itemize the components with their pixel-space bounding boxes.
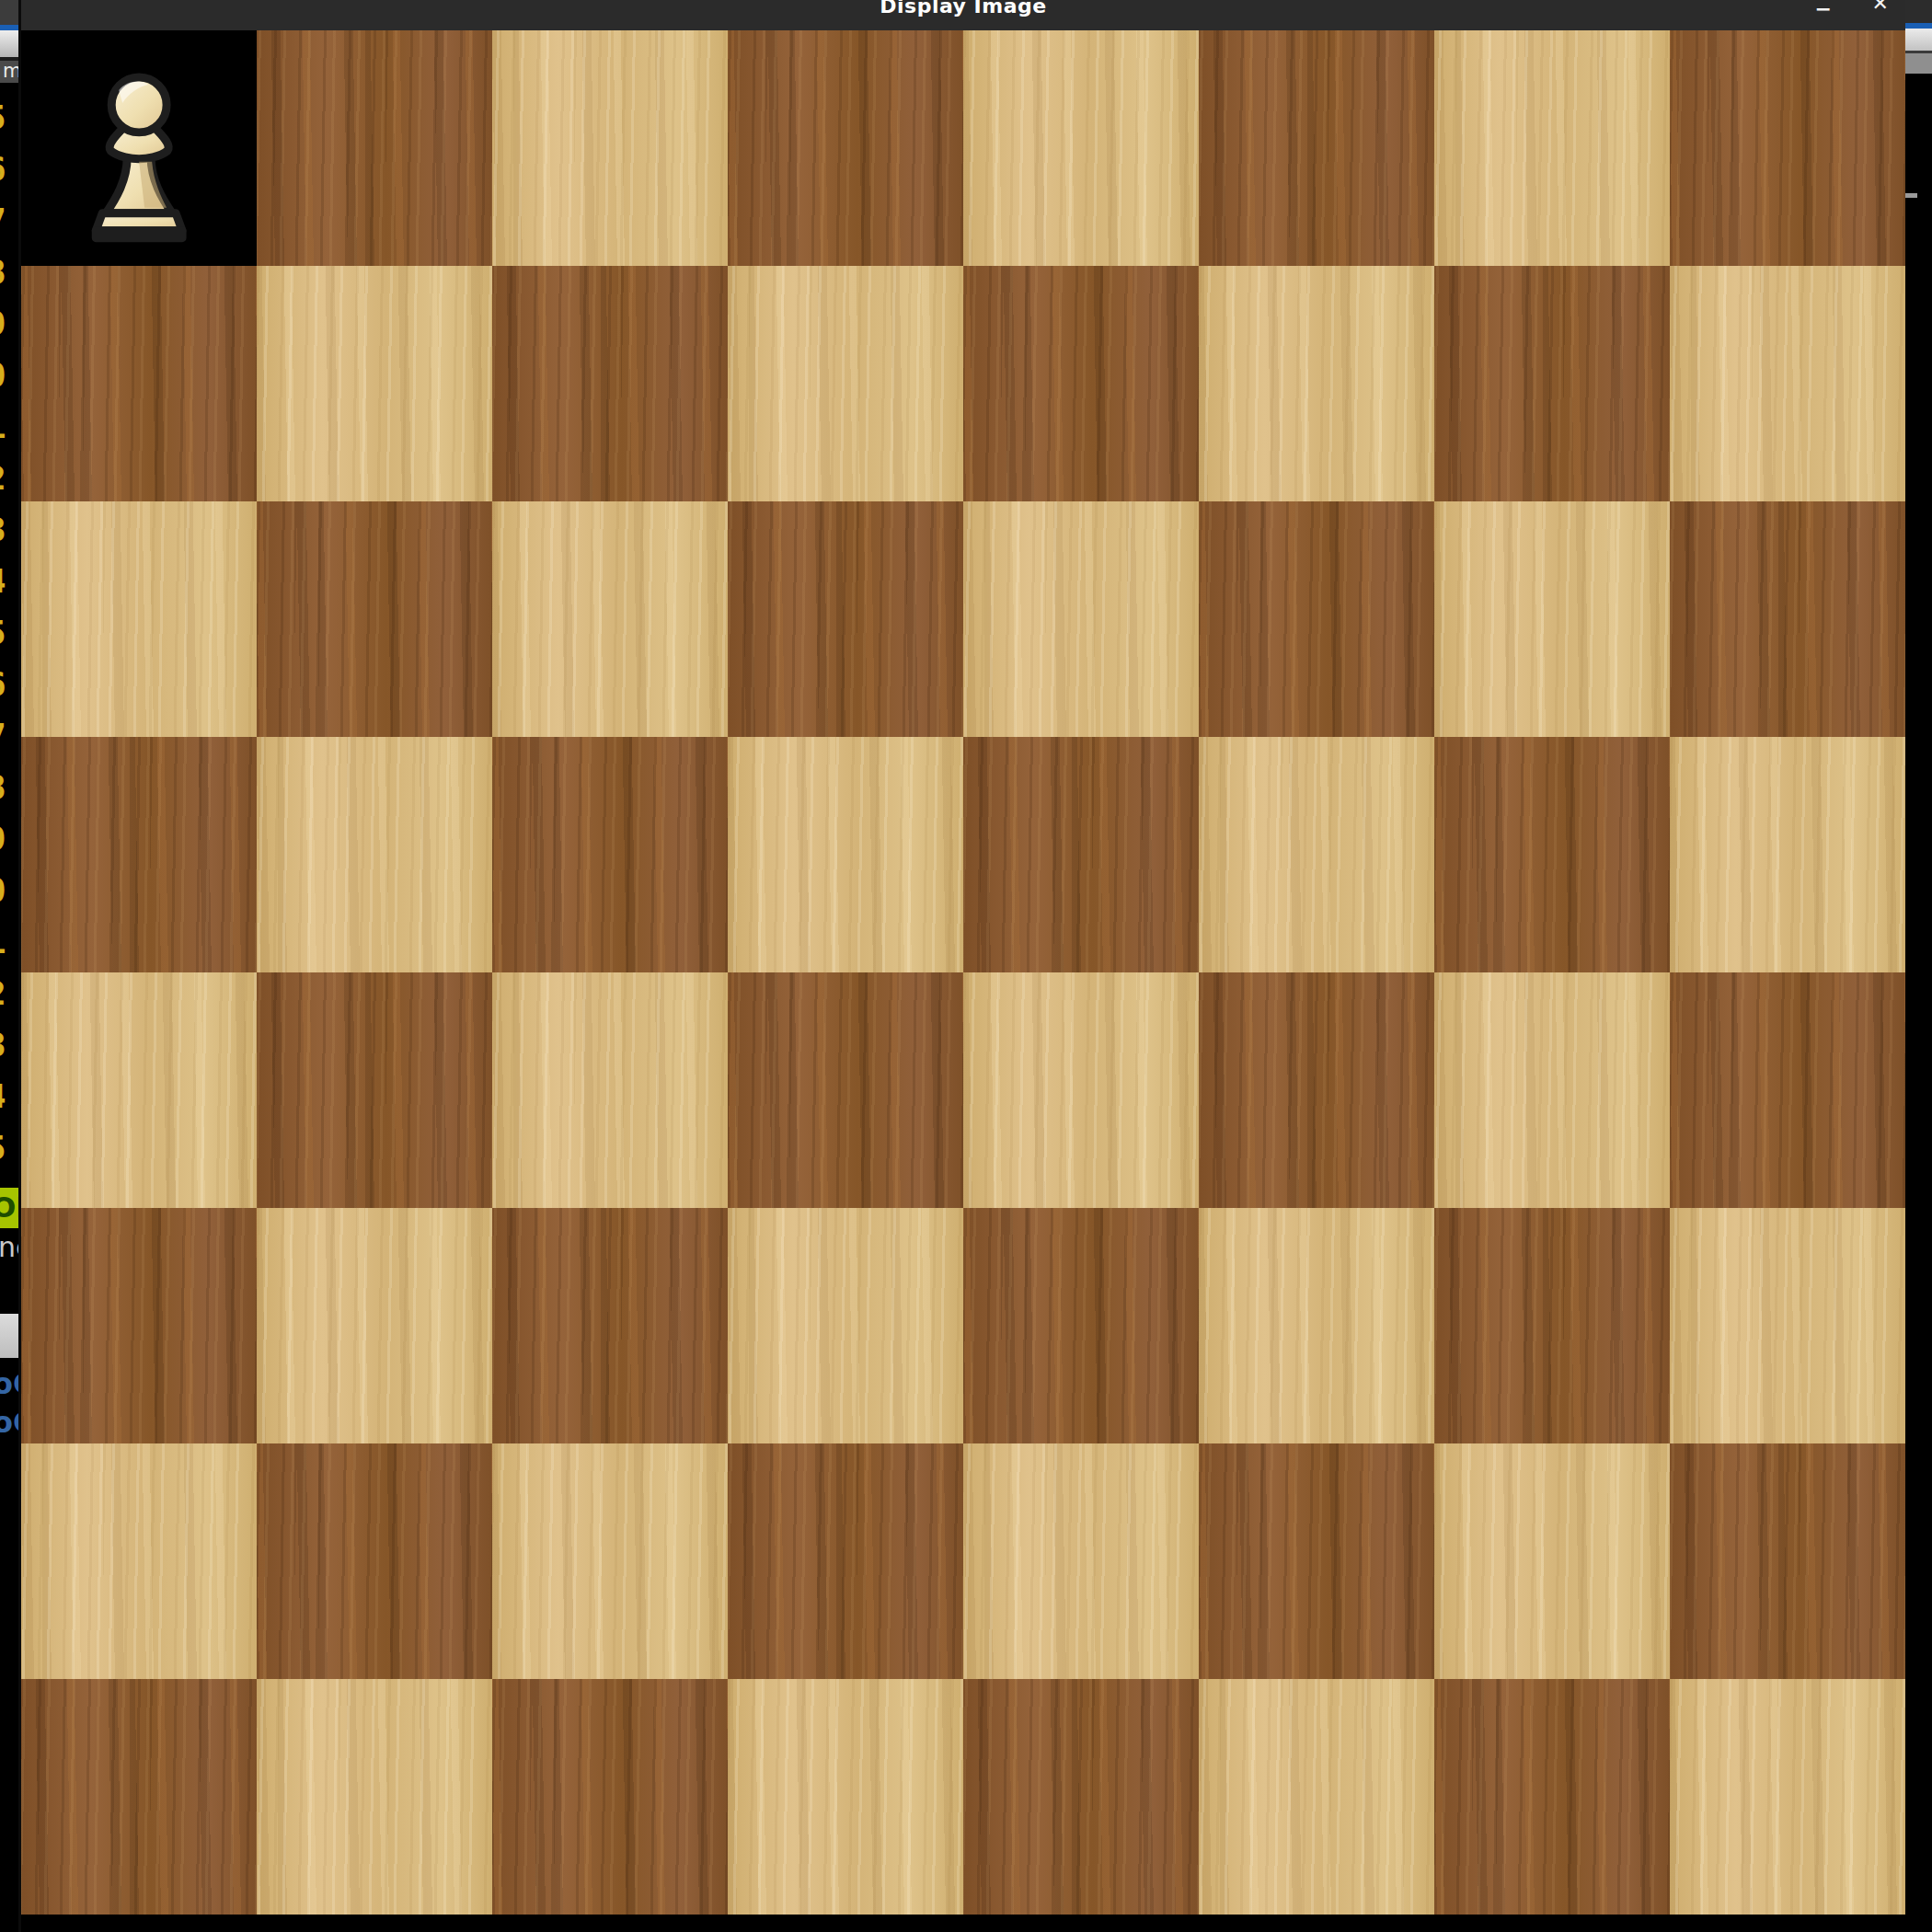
square-a1	[21, 1679, 257, 1915]
minimize-button[interactable]: −	[1815, 0, 1832, 20]
square-h3	[1670, 1208, 1905, 1443]
square-d3	[728, 1208, 963, 1443]
square-g6	[1434, 501, 1670, 737]
white-pawn-icon	[84, 63, 194, 247]
square-e5	[963, 737, 1199, 972]
window-titlebar[interactable]: Display Image − ✕	[21, 0, 1905, 30]
square-h6	[1670, 501, 1905, 737]
square-b7	[257, 266, 492, 501]
terminal-digit-column: 567890123456789012345	[0, 92, 18, 1187]
bg-lightgray-block	[1905, 29, 1932, 51]
bg-menu-text: m	[3, 61, 18, 82]
square-c5	[492, 737, 728, 972]
square-a7	[21, 266, 257, 501]
bg-lightgray-block	[0, 30, 18, 57]
square-b2	[257, 1443, 492, 1679]
square-h4	[1670, 972, 1905, 1208]
bg-titlebar-fragment	[1905, 0, 1932, 23]
square-c2	[492, 1443, 728, 1679]
square-f1	[1199, 1679, 1434, 1915]
square-d1	[728, 1679, 963, 1915]
square-a2	[21, 1443, 257, 1679]
square-b5	[257, 737, 492, 972]
square-e8	[963, 30, 1199, 266]
square-g1	[1434, 1679, 1670, 1915]
bg-gray-block	[1905, 53, 1932, 74]
square-c7	[492, 266, 728, 501]
square-d7	[728, 266, 963, 501]
terminal-blue-fragment: oC	[0, 1404, 18, 1443]
bg-titlebar-fragment	[0, 0, 18, 25]
square-g8	[1434, 30, 1670, 266]
terminal-highlight-fragment: OR	[0, 1188, 18, 1228]
background-right-sliver	[1905, 0, 1932, 1932]
piece-white-pawn	[21, 30, 257, 266]
terminal-text-fragment: ne	[0, 1231, 18, 1268]
display-image-window: Display Image − ✕	[21, 0, 1905, 1915]
square-h2	[1670, 1443, 1905, 1679]
background-left-sliver: m 567890123456789012345 OR ne oC oC	[0, 0, 21, 1932]
square-c1	[492, 1679, 728, 1915]
chess-board	[21, 30, 1905, 1915]
screen: m 567890123456789012345 OR ne oC oC Disp…	[0, 0, 1932, 1932]
square-b8	[257, 30, 492, 266]
square-c6	[492, 501, 728, 737]
square-h7	[1670, 266, 1905, 501]
square-a8	[21, 30, 257, 266]
square-d5	[728, 737, 963, 972]
square-d8	[728, 30, 963, 266]
square-g4	[1434, 972, 1670, 1208]
square-g7	[1434, 266, 1670, 501]
square-h5	[1670, 737, 1905, 972]
square-c4	[492, 972, 728, 1208]
square-h1	[1670, 1679, 1905, 1915]
square-b3	[257, 1208, 492, 1443]
close-button[interactable]: ✕	[1872, 0, 1889, 15]
square-g3	[1434, 1208, 1670, 1443]
square-f8	[1199, 30, 1434, 266]
square-f5	[1199, 737, 1434, 972]
square-f3	[1199, 1208, 1434, 1443]
square-d4	[728, 972, 963, 1208]
square-b6	[257, 501, 492, 737]
square-e7	[963, 266, 1199, 501]
square-f4	[1199, 972, 1434, 1208]
square-e2	[963, 1443, 1199, 1679]
square-e1	[963, 1679, 1199, 1915]
square-c8	[492, 30, 728, 266]
square-c3	[492, 1208, 728, 1443]
square-d2	[728, 1443, 963, 1679]
square-a4	[21, 972, 257, 1208]
square-f6	[1199, 501, 1434, 737]
bg-cursor-dash	[1905, 193, 1917, 198]
terminal-blue-fragment: oC	[0, 1365, 18, 1404]
square-h8	[1670, 30, 1905, 266]
square-f2	[1199, 1443, 1434, 1679]
window-title: Display Image	[21, 0, 1905, 17]
square-b4	[257, 972, 492, 1208]
terminal-gray-block	[0, 1314, 18, 1358]
square-e3	[963, 1208, 1199, 1443]
square-f7	[1199, 266, 1434, 501]
square-a3	[21, 1208, 257, 1443]
bg-menubar-fragment: m	[0, 61, 18, 83]
square-e4	[963, 972, 1199, 1208]
square-g2	[1434, 1443, 1670, 1679]
square-a5	[21, 737, 257, 972]
square-g5	[1434, 737, 1670, 972]
square-b1	[257, 1679, 492, 1915]
square-a6	[21, 501, 257, 737]
square-e6	[963, 501, 1199, 737]
square-d6	[728, 501, 963, 737]
